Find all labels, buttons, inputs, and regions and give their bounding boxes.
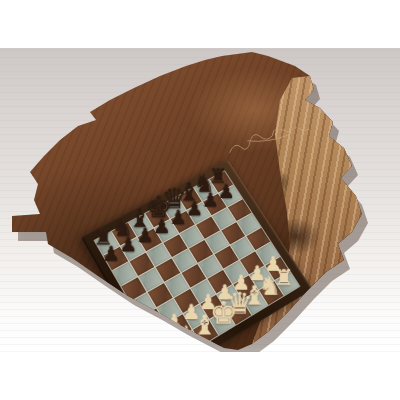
board-square: ♜ bbox=[158, 340, 184, 352]
piece-white-pawn: ♟ bbox=[148, 322, 167, 343]
board-square bbox=[163, 234, 187, 257]
wood-slab: ♜♟♟♜♞♟♟♞♝♟♟♝♛♟♟♛♚♟♟♚♝♟♟♝♞♟♟♞♜♟♟♜ bbox=[0, 48, 400, 352]
piece-black-pawn: ♟ bbox=[102, 244, 120, 264]
top-matte bbox=[0, 0, 400, 48]
piece-black-pawn: ♟ bbox=[136, 225, 154, 245]
board-square bbox=[112, 262, 137, 286]
piece-white-rook: ♜ bbox=[157, 336, 176, 352]
board-grid: ♜♟♟♜♞♟♟♞♝♟♟♝♛♟♟♛♚♟♟♚♝♟♟♝♞♟♟♞♜♟♟♜ bbox=[93, 170, 300, 352]
photo-background: ♜♟♟♜♞♟♟♞♝♟♟♝♛♟♟♛♚♟♟♚♝♟♟♝♞♟♟♞♜♟♟♜ bbox=[0, 48, 400, 352]
bottom-matte bbox=[0, 352, 400, 400]
board-square: ♟ bbox=[149, 324, 174, 349]
board-square bbox=[147, 243, 171, 266]
photo-stage: ♜♟♟♜♞♟♟♞♝♟♟♝♛♟♟♛♚♟♟♚♝♟♟♝♞♟♟♞♜♟♟♜ bbox=[0, 0, 400, 400]
piece-black-pawn: ♟ bbox=[169, 207, 187, 227]
